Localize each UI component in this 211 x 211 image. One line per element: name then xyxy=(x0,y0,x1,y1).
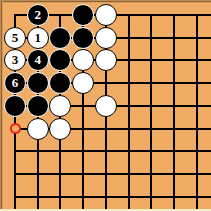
markers-layer xyxy=(0,0,211,211)
page-bottom-strip xyxy=(0,209,211,211)
go-board-diagram: 251346 xyxy=(0,0,211,211)
red-circle-marker xyxy=(10,123,21,134)
